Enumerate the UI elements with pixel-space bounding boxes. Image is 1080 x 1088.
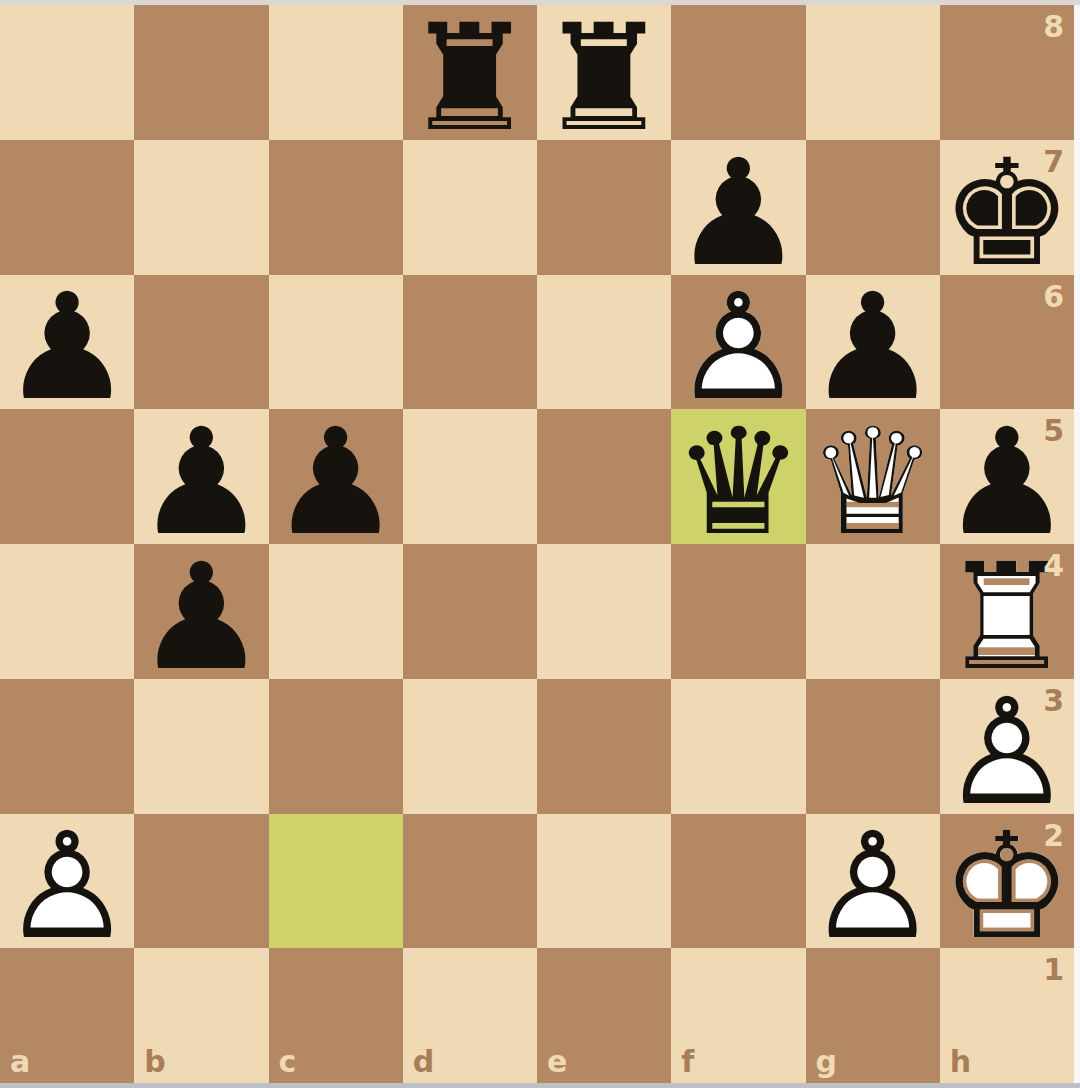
white-piece-outline: ♕ — [806, 415, 940, 544]
rank-label-7: 7 — [1043, 147, 1064, 177]
square-e8[interactable]: ♜ — [537, 5, 671, 140]
square-g4[interactable] — [806, 544, 940, 679]
square-c6[interactable] — [269, 275, 403, 410]
square-d1[interactable]: d — [403, 948, 537, 1083]
black-piece-glyph: ♟ — [671, 146, 805, 275]
rank-label-6: 6 — [1043, 282, 1064, 312]
white-pawn-piece[interactable]: ♟♙ — [671, 275, 805, 410]
black-pawn-piece[interactable]: ♟ — [269, 409, 403, 544]
rank-label-2: 2 — [1043, 821, 1064, 851]
square-a1[interactable]: a — [0, 948, 134, 1083]
rank-label-3: 3 — [1043, 686, 1064, 716]
black-piece-glyph: ♟ — [134, 550, 268, 679]
bottom-edge — [0, 1083, 1080, 1088]
square-d6[interactable] — [403, 275, 537, 410]
black-pawn-piece[interactable]: ♟ — [0, 275, 134, 410]
square-f7[interactable]: ♟ — [671, 140, 805, 275]
rank-label-1: 1 — [1043, 955, 1064, 985]
black-pawn-piece[interactable]: ♟ — [806, 275, 940, 410]
square-g8[interactable] — [806, 5, 940, 140]
white-piece-outline: ♙ — [806, 820, 940, 949]
square-a5[interactable] — [0, 409, 134, 544]
black-pawn-piece[interactable]: ♟ — [134, 544, 268, 679]
square-g1[interactable]: g — [806, 948, 940, 1083]
black-rook-piece[interactable]: ♜ — [403, 5, 537, 140]
square-b1[interactable]: b — [134, 948, 268, 1083]
black-piece-glyph: ♛ — [671, 415, 805, 544]
square-d7[interactable] — [403, 140, 537, 275]
file-label-f: f — [681, 1047, 694, 1077]
square-h2[interactable]: ♚♔2 — [940, 814, 1074, 949]
square-b5[interactable]: ♟ — [134, 409, 268, 544]
file-label-a: a — [10, 1047, 30, 1077]
black-piece-glyph: ♟ — [269, 415, 403, 544]
square-e5[interactable] — [537, 409, 671, 544]
black-queen-piece[interactable]: ♛ — [671, 409, 805, 544]
square-g7[interactable] — [806, 140, 940, 275]
black-piece-glyph: ♟ — [0, 281, 134, 410]
square-h3[interactable]: ♟♙3 — [940, 679, 1074, 814]
square-c2[interactable] — [269, 814, 403, 949]
rank-label-8: 8 — [1043, 12, 1064, 42]
square-b7[interactable] — [134, 140, 268, 275]
square-f4[interactable] — [671, 544, 805, 679]
square-f3[interactable] — [671, 679, 805, 814]
square-b8[interactable] — [134, 5, 268, 140]
square-h8[interactable]: 8 — [940, 5, 1074, 140]
white-piece-outline: ♙ — [671, 281, 805, 410]
square-e6[interactable] — [537, 275, 671, 410]
square-h4[interactable]: ♜♖4 — [940, 544, 1074, 679]
white-pawn-piece[interactable]: ♟♙ — [0, 814, 134, 949]
square-g2[interactable]: ♟♙ — [806, 814, 940, 949]
square-g3[interactable] — [806, 679, 940, 814]
square-a4[interactable] — [0, 544, 134, 679]
square-f6[interactable]: ♟♙ — [671, 275, 805, 410]
black-pawn-piece[interactable]: ♟ — [134, 409, 268, 544]
square-d2[interactable] — [403, 814, 537, 949]
square-f5[interactable]: ♛ — [671, 409, 805, 544]
file-label-h: h — [950, 1047, 971, 1077]
square-f2[interactable] — [671, 814, 805, 949]
square-c8[interactable] — [269, 5, 403, 140]
square-g6[interactable]: ♟ — [806, 275, 940, 410]
square-c1[interactable]: c — [269, 948, 403, 1083]
square-b4[interactable]: ♟ — [134, 544, 268, 679]
square-h7[interactable]: ♚7 — [940, 140, 1074, 275]
square-e1[interactable]: e — [537, 948, 671, 1083]
square-d4[interactable] — [403, 544, 537, 679]
square-b6[interactable] — [134, 275, 268, 410]
square-h6[interactable]: 6 — [940, 275, 1074, 410]
black-piece-glyph: ♜ — [403, 11, 537, 140]
square-e2[interactable] — [537, 814, 671, 949]
square-c3[interactable] — [269, 679, 403, 814]
white-piece-outline: ♙ — [0, 820, 134, 949]
rank-label-5: 5 — [1043, 416, 1064, 446]
square-c4[interactable] — [269, 544, 403, 679]
square-d3[interactable] — [403, 679, 537, 814]
file-label-c: c — [279, 1047, 297, 1077]
square-d5[interactable] — [403, 409, 537, 544]
black-pawn-piece[interactable]: ♟ — [671, 140, 805, 275]
white-queen-piece[interactable]: ♛♕ — [806, 409, 940, 544]
top-edge — [0, 0, 1080, 5]
black-rook-piece[interactable]: ♜ — [537, 5, 671, 140]
file-label-e: e — [547, 1047, 567, 1077]
square-f8[interactable] — [671, 5, 805, 140]
file-label-g: g — [816, 1047, 837, 1077]
square-e7[interactable] — [537, 140, 671, 275]
file-label-b: b — [144, 1047, 165, 1077]
rank-label-4: 4 — [1043, 551, 1064, 581]
file-label-d: d — [413, 1047, 434, 1077]
page: ♜♜8♟♚7♟♟♙♟6♟♟♛♛♕♟5♟♜♖4♟♙3♟♙♟♙♚♔2abcdefg1… — [0, 0, 1080, 1088]
square-f1[interactable]: f — [671, 948, 805, 1083]
square-a8[interactable] — [0, 5, 134, 140]
square-a2[interactable]: ♟♙ — [0, 814, 134, 949]
square-c7[interactable] — [269, 140, 403, 275]
chess-board: ♜♜8♟♚7♟♟♙♟6♟♟♛♛♕♟5♟♜♖4♟♙3♟♙♟♙♚♔2abcdefg1… — [0, 5, 1074, 1083]
black-piece-glyph: ♟ — [806, 281, 940, 410]
square-g5[interactable]: ♛♕ — [806, 409, 940, 544]
white-pawn-piece[interactable]: ♟♙ — [806, 814, 940, 949]
black-piece-glyph: ♟ — [134, 415, 268, 544]
square-h1[interactable]: 1h — [940, 948, 1074, 1083]
square-d8[interactable]: ♜ — [403, 5, 537, 140]
black-piece-glyph: ♜ — [537, 11, 671, 140]
square-e3[interactable] — [537, 679, 671, 814]
square-a7[interactable] — [0, 140, 134, 275]
square-a6[interactable]: ♟ — [0, 275, 134, 410]
square-e4[interactable] — [537, 544, 671, 679]
square-c5[interactable]: ♟ — [269, 409, 403, 544]
square-a3[interactable] — [0, 679, 134, 814]
square-h5[interactable]: ♟5 — [940, 409, 1074, 544]
square-b2[interactable] — [134, 814, 268, 949]
square-b3[interactable] — [134, 679, 268, 814]
